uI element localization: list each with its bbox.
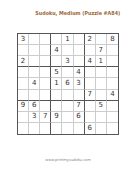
cell-r8c3[interactable]: 7 bbox=[40, 112, 51, 123]
cell-r9c9[interactable] bbox=[107, 123, 118, 134]
cell-r7c9[interactable] bbox=[107, 101, 118, 112]
cell-r5c4[interactable]: 1 bbox=[51, 78, 62, 89]
cell-r1c6[interactable] bbox=[74, 34, 85, 45]
cell-r7c6[interactable]: 7 bbox=[74, 101, 85, 112]
cell-r1c9[interactable]: 8 bbox=[107, 34, 118, 45]
cell-r6c8[interactable] bbox=[96, 90, 107, 101]
cell-r3c8[interactable]: 1 bbox=[96, 56, 107, 67]
cell-r3c1[interactable]: 2 bbox=[18, 56, 29, 67]
footer-url: www.printmysudoku.com bbox=[44, 158, 93, 162]
cell-r6c7[interactable]: 7 bbox=[85, 90, 96, 101]
cell-r4c3[interactable] bbox=[40, 67, 51, 78]
cell-r8c2[interactable]: 3 bbox=[29, 112, 40, 123]
cell-r9c5[interactable] bbox=[62, 123, 73, 134]
cell-r1c5[interactable]: 1 bbox=[62, 34, 73, 45]
cell-r3c4[interactable] bbox=[51, 56, 62, 67]
page-title: Sudoku, Medium (Puzzle #A84) bbox=[35, 11, 100, 16]
cell-r4c5[interactable] bbox=[62, 67, 73, 78]
cell-r7c2[interactable]: 6 bbox=[29, 101, 40, 112]
cell-r1c2[interactable] bbox=[29, 34, 40, 45]
cell-r4c7[interactable] bbox=[85, 67, 96, 78]
cell-r4c4[interactable]: 5 bbox=[51, 67, 62, 78]
cell-r5c6[interactable]: 3 bbox=[74, 78, 85, 89]
sudoku-sheet: Sudoku, Medium (Puzzle #A84) 31284723415… bbox=[0, 0, 136, 176]
cell-r9c4[interactable] bbox=[51, 123, 62, 134]
cell-r8c8[interactable] bbox=[96, 112, 107, 123]
cell-r2c4[interactable]: 4 bbox=[51, 45, 62, 56]
cell-r2c5[interactable] bbox=[62, 45, 73, 56]
cell-r3c6[interactable] bbox=[74, 56, 85, 67]
cell-r5c5[interactable]: 6 bbox=[62, 78, 73, 89]
cell-r8c7[interactable] bbox=[85, 112, 96, 123]
cell-r6c6[interactable] bbox=[74, 90, 85, 101]
sudoku-grid: 312847234154416374967537966 bbox=[17, 33, 119, 135]
cell-r2c8[interactable]: 7 bbox=[96, 45, 107, 56]
cell-r6c4[interactable] bbox=[51, 90, 62, 101]
cell-r6c9[interactable]: 4 bbox=[107, 90, 118, 101]
cell-r3c7[interactable]: 4 bbox=[85, 56, 96, 67]
cell-r2c6[interactable] bbox=[74, 45, 85, 56]
cell-r9c3[interactable] bbox=[40, 123, 51, 134]
cell-r7c3[interactable] bbox=[40, 101, 51, 112]
cell-r9c6[interactable] bbox=[74, 123, 85, 134]
cell-r3c2[interactable] bbox=[29, 56, 40, 67]
cell-r7c5[interactable] bbox=[62, 101, 73, 112]
cell-r8c5[interactable] bbox=[62, 112, 73, 123]
cell-r9c1[interactable] bbox=[18, 123, 29, 134]
cell-r9c8[interactable] bbox=[96, 123, 107, 134]
cell-r4c6[interactable]: 4 bbox=[74, 67, 85, 78]
cell-r5c9[interactable] bbox=[107, 78, 118, 89]
cell-r3c3[interactable] bbox=[40, 56, 51, 67]
cell-r1c7[interactable]: 2 bbox=[85, 34, 96, 45]
cell-r5c1[interactable] bbox=[18, 78, 29, 89]
cell-r9c7[interactable]: 6 bbox=[85, 123, 96, 134]
cell-r2c9[interactable] bbox=[107, 45, 118, 56]
cell-r6c5[interactable] bbox=[62, 90, 73, 101]
cell-r2c7[interactable] bbox=[85, 45, 96, 56]
cell-r4c2[interactable] bbox=[29, 67, 40, 78]
cell-r8c6[interactable]: 6 bbox=[74, 112, 85, 123]
cell-r9c2[interactable] bbox=[29, 123, 40, 134]
cell-r6c2[interactable] bbox=[29, 90, 40, 101]
cell-r8c4[interactable]: 9 bbox=[51, 112, 62, 123]
cell-r5c8[interactable] bbox=[96, 78, 107, 89]
cell-r6c3[interactable] bbox=[40, 90, 51, 101]
cell-r7c8[interactable]: 5 bbox=[96, 101, 107, 112]
cell-r5c3[interactable] bbox=[40, 78, 51, 89]
cell-r3c9[interactable] bbox=[107, 56, 118, 67]
cell-r2c3[interactable] bbox=[40, 45, 51, 56]
cell-r1c3[interactable] bbox=[40, 34, 51, 45]
cell-r2c2[interactable] bbox=[29, 45, 40, 56]
cell-r1c4[interactable] bbox=[51, 34, 62, 45]
cell-r4c1[interactable] bbox=[18, 67, 29, 78]
cell-r6c1[interactable] bbox=[18, 90, 29, 101]
cell-r7c7[interactable] bbox=[85, 101, 96, 112]
cell-r1c8[interactable] bbox=[96, 34, 107, 45]
cell-r8c1[interactable] bbox=[18, 112, 29, 123]
cell-r1c1[interactable]: 3 bbox=[18, 34, 29, 45]
cell-r8c9[interactable] bbox=[107, 112, 118, 123]
cell-r7c1[interactable]: 9 bbox=[18, 101, 29, 112]
cell-r7c4[interactable] bbox=[51, 101, 62, 112]
cell-r4c9[interactable] bbox=[107, 67, 118, 78]
cell-r2c1[interactable] bbox=[18, 45, 29, 56]
cell-r5c7[interactable] bbox=[85, 78, 96, 89]
cell-r3c5[interactable]: 3 bbox=[62, 56, 73, 67]
cell-r5c2[interactable]: 4 bbox=[29, 78, 40, 89]
cell-r4c8[interactable] bbox=[96, 67, 107, 78]
